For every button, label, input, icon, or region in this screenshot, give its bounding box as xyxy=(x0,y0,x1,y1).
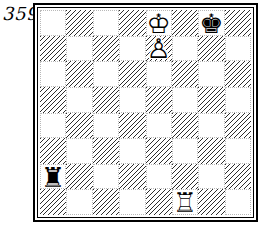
square-c2 xyxy=(93,164,119,190)
square-b5 xyxy=(66,87,92,113)
square-a5 xyxy=(40,87,66,113)
square-e2 xyxy=(146,164,172,190)
square-f8 xyxy=(172,10,198,36)
square-g8: ♚ xyxy=(198,10,224,36)
square-g1 xyxy=(198,189,224,215)
square-c8 xyxy=(93,10,119,36)
square-b8 xyxy=(66,10,92,36)
chess-board: ♚♔♚♟♙♜♜♖ xyxy=(33,3,258,222)
white-pawn-e7: ♙ xyxy=(147,35,171,62)
square-a2: ♜ xyxy=(40,164,66,190)
square-f3 xyxy=(172,138,198,164)
square-f4 xyxy=(172,113,198,139)
square-d5 xyxy=(119,87,145,113)
square-g7 xyxy=(198,36,224,62)
square-b4 xyxy=(66,113,92,139)
square-g5 xyxy=(198,87,224,113)
square-f5 xyxy=(172,87,198,113)
white-rook-halo: ♜ xyxy=(173,189,197,216)
square-h8 xyxy=(225,10,251,36)
square-f7 xyxy=(172,36,198,62)
square-e6 xyxy=(146,61,172,87)
square-b2 xyxy=(66,164,92,190)
square-h6 xyxy=(225,61,251,87)
square-e4 xyxy=(146,113,172,139)
square-d2 xyxy=(119,164,145,190)
square-h2 xyxy=(225,164,251,190)
square-d7 xyxy=(119,36,145,62)
square-f6 xyxy=(172,61,198,87)
square-e3 xyxy=(146,138,172,164)
square-g2 xyxy=(198,164,224,190)
square-d8 xyxy=(119,10,145,36)
square-e8: ♚♔ xyxy=(146,10,172,36)
square-a8 xyxy=(40,10,66,36)
square-h5 xyxy=(225,87,251,113)
square-a4 xyxy=(40,113,66,139)
white-king-e8: ♔ xyxy=(147,9,171,36)
square-d6 xyxy=(119,61,145,87)
square-f1: ♜♖ xyxy=(172,189,198,215)
square-h4 xyxy=(225,113,251,139)
square-e7: ♟♙ xyxy=(146,36,172,62)
square-d1 xyxy=(119,189,145,215)
square-h7 xyxy=(225,36,251,62)
square-a3 xyxy=(40,138,66,164)
square-c7 xyxy=(93,36,119,62)
white-rook-f1: ♖ xyxy=(173,189,197,216)
black-rook-a2: ♜ xyxy=(41,163,65,190)
square-b7 xyxy=(66,36,92,62)
square-e1 xyxy=(146,189,172,215)
square-a1 xyxy=(40,189,66,215)
square-g3 xyxy=(198,138,224,164)
square-c3 xyxy=(93,138,119,164)
white-king-halo: ♚ xyxy=(147,9,171,36)
square-c5 xyxy=(93,87,119,113)
square-g6 xyxy=(198,61,224,87)
square-g4 xyxy=(198,113,224,139)
square-b1 xyxy=(66,189,92,215)
square-b6 xyxy=(66,61,92,87)
black-king-g8: ♚ xyxy=(199,9,223,36)
chess-board-inner-frame: ♚♔♚♟♙♜♜♖ xyxy=(37,7,254,218)
square-d3 xyxy=(119,138,145,164)
square-c4 xyxy=(93,113,119,139)
square-c1 xyxy=(93,189,119,215)
square-a7 xyxy=(40,36,66,62)
square-c6 xyxy=(93,61,119,87)
board-grid: ♚♔♚♟♙♜♜♖ xyxy=(40,10,251,215)
square-a6 xyxy=(40,61,66,87)
square-b3 xyxy=(66,138,92,164)
square-d4 xyxy=(119,113,145,139)
white-pawn-halo: ♟ xyxy=(147,35,171,62)
square-f2 xyxy=(172,164,198,190)
square-h1 xyxy=(225,189,251,215)
square-h3 xyxy=(225,138,251,164)
square-e5 xyxy=(146,87,172,113)
